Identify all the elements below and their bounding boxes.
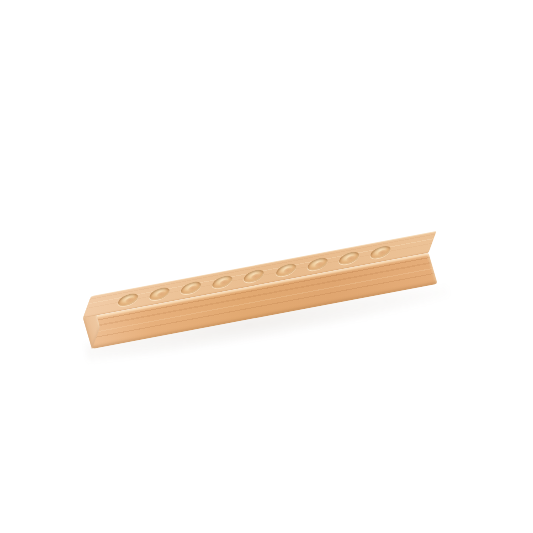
- pit[interactable]: [305, 256, 329, 272]
- pit[interactable]: [148, 285, 172, 301]
- pit[interactable]: [337, 250, 361, 266]
- pit[interactable]: [179, 280, 203, 296]
- pit[interactable]: [116, 291, 140, 307]
- pit[interactable]: [274, 262, 298, 278]
- pit[interactable]: [211, 274, 235, 290]
- pit[interactable]: [242, 268, 266, 284]
- product-photo-scene: [0, 0, 533, 533]
- pit[interactable]: [369, 244, 393, 260]
